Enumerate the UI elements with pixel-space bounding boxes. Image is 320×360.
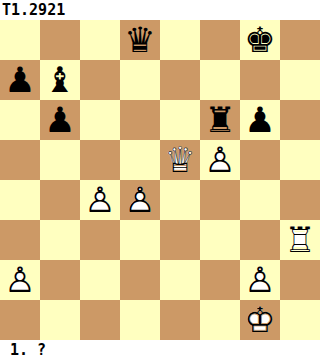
square-f5[interactable]: ♟♙ <box>200 140 240 180</box>
piece-white-pawn: ♟♙ <box>240 260 280 300</box>
square-h2[interactable] <box>280 260 320 300</box>
square-f6[interactable]: ♜ <box>200 100 240 140</box>
square-a3[interactable] <box>0 220 40 260</box>
piece-outline-layer: ♙ <box>200 140 240 180</box>
square-c3[interactable] <box>80 220 120 260</box>
square-f3[interactable] <box>200 220 240 260</box>
piece-outline-layer: ♙ <box>0 260 40 300</box>
square-b1[interactable] <box>40 300 80 340</box>
square-e3[interactable] <box>160 220 200 260</box>
piece-white-queen: ♛♕ <box>160 140 200 180</box>
square-e1[interactable] <box>160 300 200 340</box>
square-e2[interactable] <box>160 260 200 300</box>
square-b2[interactable] <box>40 260 80 300</box>
square-e8[interactable] <box>160 20 200 60</box>
piece-black-rook: ♜ <box>200 100 240 140</box>
puzzle-id-label: T1.2921 <box>0 1 65 19</box>
square-g8[interactable]: ♚ <box>240 20 280 60</box>
square-b4[interactable] <box>40 180 80 220</box>
square-g7[interactable] <box>240 60 280 100</box>
piece-outline-layer: ♖ <box>280 220 320 260</box>
square-h8[interactable] <box>280 20 320 60</box>
square-g5[interactable] <box>240 140 280 180</box>
square-c2[interactable] <box>80 260 120 300</box>
square-b8[interactable] <box>40 20 80 60</box>
square-f8[interactable] <box>200 20 240 60</box>
square-e7[interactable] <box>160 60 200 100</box>
square-d1[interactable] <box>120 300 160 340</box>
square-h4[interactable] <box>280 180 320 220</box>
square-g3[interactable] <box>240 220 280 260</box>
square-a6[interactable] <box>0 100 40 140</box>
square-a7[interactable]: ♟ <box>0 60 40 100</box>
square-f1[interactable] <box>200 300 240 340</box>
piece-white-king: ♚♔ <box>240 300 280 340</box>
square-d4[interactable]: ♟♙ <box>120 180 160 220</box>
square-e6[interactable] <box>160 100 200 140</box>
square-c4[interactable]: ♟♙ <box>80 180 120 220</box>
piece-white-pawn: ♟♙ <box>200 140 240 180</box>
square-c1[interactable] <box>80 300 120 340</box>
square-a2[interactable]: ♟♙ <box>0 260 40 300</box>
square-c5[interactable] <box>80 140 120 180</box>
piece-outline-layer: ♔ <box>240 300 280 340</box>
square-g1[interactable]: ♚♔ <box>240 300 280 340</box>
piece-white-pawn: ♟♙ <box>0 260 40 300</box>
square-d7[interactable] <box>120 60 160 100</box>
square-b6[interactable]: ♟ <box>40 100 80 140</box>
square-d2[interactable] <box>120 260 160 300</box>
square-h1[interactable] <box>280 300 320 340</box>
piece-black-queen: ♛ <box>120 20 160 60</box>
square-g4[interactable] <box>240 180 280 220</box>
chess-board: ♛♚♟♝♟♜♟♛♕♟♙♟♙♟♙♜♖♟♙♟♙♚♔ <box>0 20 320 340</box>
square-c7[interactable] <box>80 60 120 100</box>
square-g2[interactable]: ♟♙ <box>240 260 280 300</box>
square-h7[interactable] <box>280 60 320 100</box>
piece-black-pawn: ♟ <box>240 100 280 140</box>
square-g6[interactable]: ♟ <box>240 100 280 140</box>
piece-outline-layer: ♙ <box>120 180 160 220</box>
square-f2[interactable] <box>200 260 240 300</box>
square-d3[interactable] <box>120 220 160 260</box>
square-f4[interactable] <box>200 180 240 220</box>
square-f7[interactable] <box>200 60 240 100</box>
square-h3[interactable]: ♜♖ <box>280 220 320 260</box>
square-a8[interactable] <box>0 20 40 60</box>
square-c8[interactable] <box>80 20 120 60</box>
status-bar: 1. ? <box>0 340 320 360</box>
move-prompt-label: 1. ? <box>0 341 46 359</box>
square-b7[interactable]: ♝ <box>40 60 80 100</box>
piece-black-pawn: ♟ <box>40 100 80 140</box>
square-d5[interactable] <box>120 140 160 180</box>
square-h6[interactable] <box>280 100 320 140</box>
square-a4[interactable] <box>0 180 40 220</box>
square-a1[interactable] <box>0 300 40 340</box>
title-bar: T1.2921 <box>0 0 320 20</box>
piece-outline-layer: ♕ <box>160 140 200 180</box>
piece-outline-layer: ♙ <box>240 260 280 300</box>
piece-black-king: ♚ <box>240 20 280 60</box>
piece-outline-layer: ♙ <box>80 180 120 220</box>
square-b3[interactable] <box>40 220 80 260</box>
square-e4[interactable] <box>160 180 200 220</box>
piece-black-pawn: ♟ <box>0 60 40 100</box>
piece-white-pawn: ♟♙ <box>80 180 120 220</box>
square-e5[interactable]: ♛♕ <box>160 140 200 180</box>
square-c6[interactable] <box>80 100 120 140</box>
square-a5[interactable] <box>0 140 40 180</box>
square-h5[interactable] <box>280 140 320 180</box>
piece-white-rook: ♜♖ <box>280 220 320 260</box>
square-d6[interactable] <box>120 100 160 140</box>
square-d8[interactable]: ♛ <box>120 20 160 60</box>
piece-black-bishop: ♝ <box>40 60 80 100</box>
piece-white-pawn: ♟♙ <box>120 180 160 220</box>
square-b5[interactable] <box>40 140 80 180</box>
